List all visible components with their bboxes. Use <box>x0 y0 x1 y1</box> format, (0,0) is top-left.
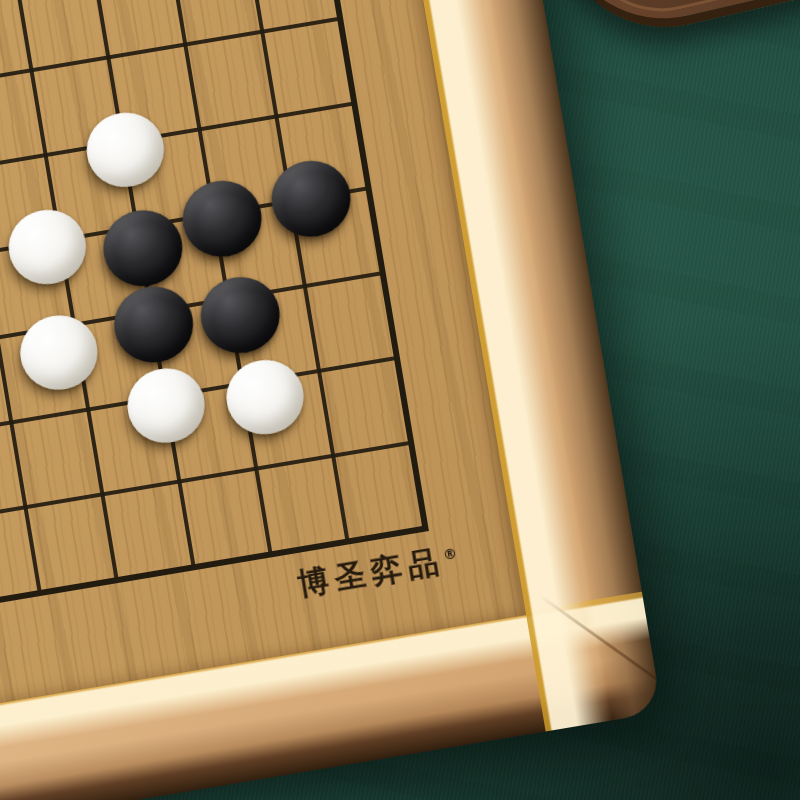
brand-name: 博圣弈品 <box>295 542 447 602</box>
scene: 博圣弈品® <box>0 0 800 800</box>
board-surface: 博圣弈品® <box>0 0 526 800</box>
stone-tray-inner-ridge <box>541 0 800 28</box>
stone-tray <box>520 0 800 49</box>
go-board: 博圣弈品® <box>0 0 662 800</box>
frame-mitre-joint <box>538 594 662 707</box>
registered-mark: ® <box>442 544 458 562</box>
